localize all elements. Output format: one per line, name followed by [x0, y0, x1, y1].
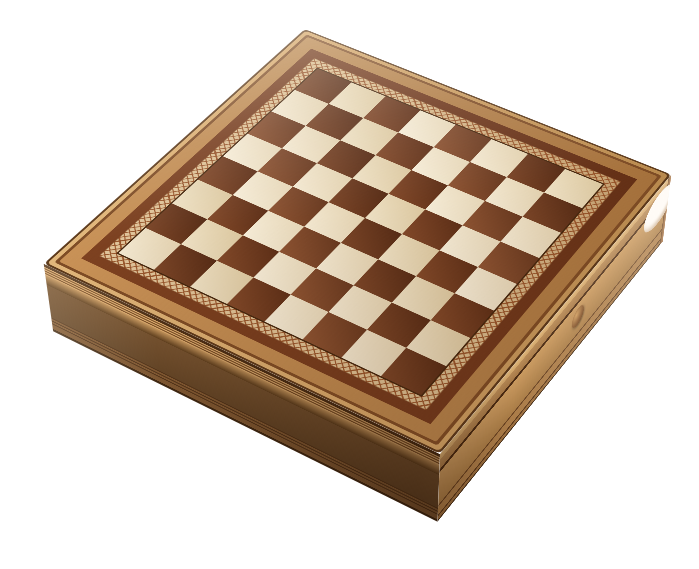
square-r3c1[interactable] [253, 252, 316, 295]
square-r2c1[interactable] [217, 235, 279, 277]
square-r5c0[interactable] [303, 312, 367, 358]
square-r6c2[interactable] [392, 276, 455, 320]
square-r6c0[interactable] [341, 330, 406, 376]
square-r5c1[interactable] [328, 285, 391, 329]
board-top-face [44, 29, 672, 454]
square-r4c2[interactable] [316, 243, 378, 285]
square-r5c3[interactable] [378, 234, 439, 276]
square-r7c4[interactable] [478, 242, 539, 284]
square-r6c4[interactable] [440, 225, 501, 267]
square-r3c0[interactable] [227, 278, 291, 322]
square-r7c5[interactable] [501, 217, 561, 258]
square-r2c0[interactable] [190, 261, 253, 304]
square-r4c3[interactable] [341, 218, 402, 259]
square-r0c0[interactable] [119, 228, 181, 270]
square-r7c0[interactable] [381, 348, 446, 395]
square-r7c1[interactable] [406, 320, 470, 366]
chess-box-scene [44, 29, 672, 454]
square-r6c1[interactable] [367, 303, 431, 348]
product-photo-stage [0, 0, 699, 569]
square-r1c0[interactable] [154, 244, 217, 287]
square-r7c2[interactable] [431, 293, 494, 338]
square-r3c2[interactable] [279, 227, 341, 269]
square-r1c1[interactable] [181, 219, 243, 260]
square-r4c1[interactable] [291, 268, 354, 312]
square-r7c3[interactable] [455, 267, 517, 311]
square-r6c3[interactable] [416, 250, 478, 293]
square-r5c2[interactable] [354, 259, 416, 302]
square-r4c0[interactable] [265, 295, 329, 340]
